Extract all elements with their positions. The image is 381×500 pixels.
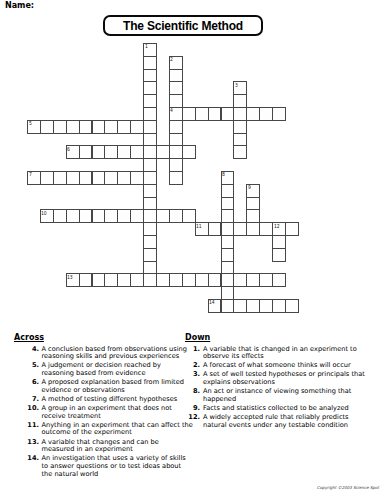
worksheet-page: Name: The Scientific Method 123456789101…	[0, 0, 381, 500]
clue-num-label: 14.	[14, 455, 42, 478]
cell-r16-c15[interactable]	[221, 248, 235, 262]
clue-text: Anything in an experiment that can affec…	[42, 422, 194, 437]
cell-r5-c9[interactable]	[143, 107, 157, 121]
cell-r3-c9[interactable]	[143, 81, 157, 95]
cell-r5-c11[interactable]: 4	[169, 107, 183, 121]
cell-r11-c9[interactable]	[143, 184, 157, 198]
cell-r13-c5[interactable]	[92, 209, 106, 223]
cell-r12-c17[interactable]	[246, 197, 260, 211]
cell-r10-c4[interactable]	[79, 171, 93, 185]
clue-text: A variable that changes and can be measu…	[42, 439, 194, 454]
cell-r3-c16[interactable]: 3	[233, 81, 247, 95]
cell-r18-c16[interactable]	[233, 273, 247, 287]
cell-r18-c13[interactable]	[195, 273, 209, 287]
copyright-note: Copyright ©2003 Science Spot	[289, 485, 379, 490]
cell-r18-c19[interactable]	[272, 273, 286, 287]
clue-down-8: 8.An act or instance of viewing somethin…	[185, 388, 375, 403]
cell-r6-c7[interactable]	[117, 120, 131, 134]
clue-number: 14	[209, 300, 219, 305]
cell-r7-c11[interactable]	[169, 133, 183, 147]
clue-down-3: 3.A set of well tested hypotheses or pri…	[185, 371, 375, 386]
cell-r7-c9[interactable]	[143, 133, 157, 147]
cell-r0-c9[interactable]: 1	[143, 43, 157, 57]
clue-num-label: 8.	[185, 388, 203, 403]
cell-r10-c9[interactable]	[143, 171, 157, 185]
cell-r20-c15[interactable]	[221, 299, 235, 313]
clue-text: Facts and statistics collected to be ana…	[203, 405, 371, 413]
cell-r14-c20[interactable]	[285, 222, 299, 236]
clue-across-6: 6.A proposed explanation based from limi…	[14, 379, 193, 394]
cell-r5-c19[interactable]	[272, 107, 286, 121]
cell-r8-c4[interactable]	[79, 145, 93, 159]
cell-r18-c12[interactable]	[182, 273, 196, 287]
cell-r13-c4[interactable]	[79, 209, 93, 223]
down-clues-section: Down 1.A variable that is changed in an …	[185, 333, 375, 431]
cell-r17-c9[interactable]	[143, 261, 157, 275]
cell-r8-c7[interactable]	[117, 145, 131, 159]
clue-num-label: 1.	[185, 346, 203, 361]
cell-r8-c10[interactable]	[156, 145, 170, 159]
clue-across-7: 7.A method of testing different hypothes…	[14, 396, 193, 404]
crossword-grid: 1234567891011121314	[0, 0, 381, 330]
cell-r13-c10[interactable]	[156, 209, 170, 223]
cell-r8-c16[interactable]	[233, 145, 247, 159]
clue-number: 12	[274, 224, 284, 229]
cell-r17-c15[interactable]	[221, 261, 235, 275]
cell-r11-c15[interactable]	[221, 184, 235, 198]
clue-down-2: 2.A forecast of what someone thinks will…	[185, 362, 375, 370]
cell-r20-c17[interactable]	[246, 299, 260, 313]
cell-r13-c17[interactable]	[246, 209, 260, 223]
across-heading: Across	[14, 333, 193, 342]
clue-text: A proposed explanation based from limite…	[42, 379, 194, 394]
cell-r14-c9[interactable]	[143, 222, 157, 236]
clue-num-label: 4.	[14, 346, 42, 361]
cell-r13-c2[interactable]	[53, 209, 67, 223]
cell-r10-c1[interactable]	[40, 171, 54, 185]
clue-num-label: 2.	[185, 362, 203, 370]
cell-r6-c4[interactable]	[79, 120, 93, 134]
cell-r18-c10[interactable]	[156, 273, 170, 287]
cell-r1-c9[interactable]	[143, 56, 157, 70]
clue-text: A group in an experiment that does not r…	[42, 405, 194, 420]
clue-number: 6	[67, 147, 77, 152]
cell-r20-c20[interactable]	[285, 299, 299, 313]
cell-r18-c6[interactable]	[104, 273, 118, 287]
cell-r10-c11[interactable]	[169, 171, 183, 185]
clue-num-label: 13.	[14, 439, 42, 454]
clue-num-label: 9.	[185, 405, 203, 413]
cell-r13-c15[interactable]	[221, 209, 235, 223]
clue-text: A variable that is changed in an experim…	[203, 346, 371, 361]
clue-num-label: 3.	[185, 371, 203, 386]
cell-r10-c5[interactable]	[92, 171, 106, 185]
clue-num-label: 5.	[14, 362, 42, 377]
cell-r10-c6[interactable]	[104, 171, 118, 185]
clue-across-13: 13.A variable that changes and can be me…	[14, 439, 193, 454]
cell-r12-c9[interactable]	[143, 197, 157, 211]
cell-r8-c6[interactable]	[104, 145, 118, 159]
cell-r13-c11[interactable]	[169, 209, 183, 223]
cell-r13-c6[interactable]	[104, 209, 118, 223]
cell-r13-c9[interactable]	[143, 209, 157, 223]
cell-r6-c1[interactable]	[40, 120, 54, 134]
cell-r10-c0[interactable]: 7	[27, 171, 41, 185]
cell-r18-c3[interactable]: 13	[66, 273, 80, 287]
cell-r9-c11[interactable]	[169, 158, 183, 172]
cell-r12-c15[interactable]	[221, 197, 235, 211]
clue-across-5: 5.A judgement or decision reached by rea…	[14, 362, 193, 377]
cell-r8-c11[interactable]	[169, 145, 183, 159]
cell-r18-c8[interactable]	[130, 273, 144, 287]
cell-r15-c15[interactable]	[221, 235, 235, 249]
clue-down-12: 12.A widely accepted rule that reliably …	[185, 414, 375, 429]
clue-number: 7	[29, 172, 39, 177]
cell-r18-c11[interactable]	[169, 273, 183, 287]
cell-r7-c16[interactable]	[233, 133, 247, 147]
clue-across-4: 4.A conclusion based from observations u…	[14, 346, 193, 361]
cell-r2-c9[interactable]	[143, 69, 157, 83]
cell-r14-c14[interactable]	[208, 222, 222, 236]
across-clues-section: Across 4.A conclusion based from observa…	[14, 333, 193, 480]
cell-r14-c19[interactable]: 12	[272, 222, 286, 236]
cell-r16-c9[interactable]	[143, 248, 157, 262]
cell-r6-c5[interactable]	[92, 120, 106, 134]
clue-num-label: 11.	[14, 422, 42, 437]
clue-number: 9	[248, 185, 258, 190]
cell-r11-c17[interactable]: 9	[246, 184, 260, 198]
cell-r18-c17[interactable]	[246, 273, 260, 287]
cell-r15-c9[interactable]	[143, 235, 157, 249]
across-list: 4.A conclusion based from observations u…	[14, 346, 193, 479]
cell-r13-c3[interactable]	[66, 209, 80, 223]
cell-r18-c15[interactable]	[221, 273, 235, 287]
cell-r13-c12[interactable]	[182, 209, 196, 223]
clue-across-10: 10.A group in an experiment that does no…	[14, 405, 193, 420]
cell-r1-c11[interactable]: 2	[169, 56, 183, 70]
down-heading: Down	[185, 333, 375, 342]
clue-down-1: 1.A variable that is changed in an exper…	[185, 346, 375, 361]
cell-r2-c11[interactable]	[169, 69, 183, 83]
cell-r10-c2[interactable]	[53, 171, 67, 185]
cell-r18-c14[interactable]	[208, 273, 222, 287]
cell-r4-c9[interactable]	[143, 94, 157, 108]
cell-r14-c17[interactable]	[246, 222, 260, 236]
cell-r20-c19[interactable]	[272, 299, 286, 313]
clue-num-label: 7.	[14, 396, 42, 404]
cell-r5-c12[interactable]	[182, 107, 196, 121]
cell-r14-c18[interactable]	[259, 222, 273, 236]
cell-r5-c13[interactable]	[195, 107, 209, 121]
cell-r19-c15[interactable]	[221, 286, 235, 300]
cell-r14-c13[interactable]: 11	[195, 222, 209, 236]
clue-number: 2	[170, 57, 180, 62]
clue-number: 13	[67, 275, 77, 280]
cell-r8-c12[interactable]	[182, 145, 196, 159]
cell-r14-c16[interactable]	[233, 222, 247, 236]
clue-text: A widely accepted rule that reliably pre…	[203, 414, 371, 429]
cell-r4-c16[interactable]	[233, 94, 247, 108]
clue-text: A judgement or decision reached by reaso…	[42, 362, 194, 377]
clue-num-label: 12.	[185, 414, 203, 429]
clue-text: A forecast of what someone thinks will o…	[203, 362, 371, 370]
clue-across-14: 14.An investigation that uses a variety …	[14, 455, 193, 478]
cell-r6-c2[interactable]	[53, 120, 67, 134]
cell-r5-c14[interactable]	[208, 107, 222, 121]
cell-r6-c6[interactable]	[104, 120, 118, 134]
cell-r13-c8[interactable]	[130, 209, 144, 223]
cell-r20-c16[interactable]	[233, 299, 247, 313]
cell-r18-c7[interactable]	[117, 273, 131, 287]
cell-r8-c8[interactable]	[130, 145, 144, 159]
cell-r8-c9[interactable]	[143, 145, 157, 159]
cell-r13-c1[interactable]: 10	[40, 209, 54, 223]
cell-r18-c9[interactable]	[143, 273, 157, 287]
cell-r5-c16[interactable]	[233, 107, 247, 121]
cell-r8-c3[interactable]: 6	[66, 145, 80, 159]
clue-text: An investigation that uses a variety of …	[42, 455, 194, 478]
clue-number: 10	[41, 211, 51, 216]
cell-r18-c18[interactable]	[259, 273, 273, 287]
cell-r5-c17[interactable]	[246, 107, 260, 121]
cell-r10-c7[interactable]	[117, 171, 131, 185]
clue-number: 5	[29, 121, 39, 126]
clue-number: 4	[170, 108, 180, 113]
cell-r4-c11[interactable]	[169, 94, 183, 108]
cell-r10-c8[interactable]	[130, 171, 144, 185]
cell-r6-c8[interactable]	[130, 120, 144, 134]
clue-num-label: 10.	[14, 405, 42, 420]
clue-text: An act or instance of viewing something …	[203, 388, 371, 403]
cell-r6-c11[interactable]	[169, 120, 183, 134]
clue-number: 3	[235, 83, 245, 88]
clue-across-11: 11.Anything in an experiment that can af…	[14, 422, 193, 437]
cell-r20-c18[interactable]	[259, 299, 273, 313]
cell-r6-c9[interactable]	[143, 120, 157, 134]
cell-r13-c7[interactable]	[117, 209, 131, 223]
cell-r6-c16[interactable]	[233, 120, 247, 134]
cell-r8-c5[interactable]	[92, 145, 106, 159]
cell-r10-c15[interactable]: 8	[221, 171, 235, 185]
cell-r5-c18[interactable]	[259, 107, 273, 121]
cell-r18-c4[interactable]	[79, 273, 93, 287]
clue-number: 1	[145, 44, 155, 49]
cell-r10-c3[interactable]	[66, 171, 80, 185]
clue-num-label: 6.	[14, 379, 42, 394]
cell-r9-c9[interactable]	[143, 158, 157, 172]
cell-r14-c15[interactable]	[221, 222, 235, 236]
cell-r20-c14[interactable]: 14	[208, 299, 222, 313]
clue-text: A conclusion based from observations usi…	[42, 346, 194, 361]
cell-r16-c19[interactable]	[272, 248, 286, 262]
cell-r6-c0[interactable]: 5	[27, 120, 41, 134]
cell-r18-c5[interactable]	[92, 273, 106, 287]
clue-down-9: 9.Facts and statistics collected to be a…	[185, 405, 375, 413]
cell-r5-c15[interactable]	[221, 107, 235, 121]
clue-text: A set of well tested hypotheses or princ…	[203, 371, 371, 386]
cell-r15-c19[interactable]	[272, 235, 286, 249]
cell-r6-c3[interactable]	[66, 120, 80, 134]
clue-number: 11	[196, 224, 206, 229]
cell-r3-c11[interactable]	[169, 81, 183, 95]
clue-text: A method of testing different hypotheses	[42, 396, 194, 404]
down-list: 1.A variable that is changed in an exper…	[185, 346, 375, 430]
clue-number: 8	[222, 172, 232, 177]
